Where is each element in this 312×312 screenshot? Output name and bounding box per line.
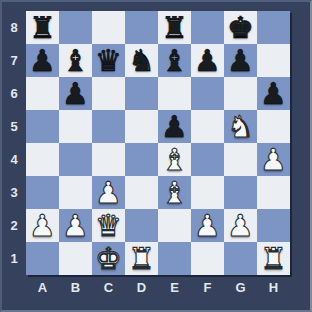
black-bishop-b7[interactable]: ♝ [62,44,89,77]
square-a7[interactable]: ♟ [26,44,59,77]
square-d6[interactable] [125,77,158,110]
square-c1[interactable]: ♚ [92,242,125,275]
square-e7[interactable]: ♝ [158,44,191,77]
rank-label-2: 2 [2,209,26,242]
square-f6[interactable] [191,77,224,110]
file-label-d: D [125,275,158,299]
rank-label-8: 8 [2,11,26,44]
file-label-b: B [59,275,92,299]
white-pawn-b2[interactable]: ♟ [62,209,89,242]
square-d1[interactable]: ♜ [125,242,158,275]
rank-label-3: 3 [2,176,26,209]
square-a4[interactable] [26,143,59,176]
square-b8[interactable] [59,11,92,44]
black-knight-d7[interactable]: ♞ [128,44,155,77]
chess-board-diagram: 87654321 ♜♜♚♟♝♛♞♝♟♟♟♟♟♞♝♟♟♝♟♟♛♟♟♚♜♜ ABCD… [0,0,312,312]
square-g4[interactable] [224,143,257,176]
square-c3[interactable]: ♟ [92,176,125,209]
square-e3[interactable]: ♝ [158,176,191,209]
square-g5[interactable]: ♞ [224,110,257,143]
white-pawn-a2[interactable]: ♟ [29,209,56,242]
square-h4[interactable]: ♟ [257,143,290,176]
square-d3[interactable] [125,176,158,209]
square-g3[interactable] [224,176,257,209]
square-g7[interactable]: ♟ [224,44,257,77]
square-c5[interactable] [92,110,125,143]
square-b4[interactable] [59,143,92,176]
file-label-h: H [257,275,290,299]
black-pawn-a7[interactable]: ♟ [29,44,56,77]
square-f7[interactable]: ♟ [191,44,224,77]
black-bishop-e7[interactable]: ♝ [161,44,188,77]
square-h7[interactable] [257,44,290,77]
file-label-e: E [158,275,191,299]
square-b3[interactable] [59,176,92,209]
square-a6[interactable] [26,77,59,110]
square-e6[interactable] [158,77,191,110]
square-h1[interactable]: ♜ [257,242,290,275]
square-g1[interactable] [224,242,257,275]
square-h3[interactable] [257,176,290,209]
file-label-a: A [26,275,59,299]
rank-label-6: 6 [2,77,26,110]
square-h2[interactable] [257,209,290,242]
black-rook-e8[interactable]: ♜ [161,11,188,44]
black-pawn-f7[interactable]: ♟ [194,44,221,77]
black-pawn-e5[interactable]: ♟ [161,110,188,143]
black-rook-a8[interactable]: ♜ [29,11,56,44]
square-a3[interactable] [26,176,59,209]
file-label-c: C [92,275,125,299]
black-king-g8[interactable]: ♚ [227,11,254,44]
square-h8[interactable] [257,11,290,44]
square-a5[interactable] [26,110,59,143]
square-b5[interactable] [59,110,92,143]
square-a2[interactable]: ♟ [26,209,59,242]
white-rook-h1[interactable]: ♜ [260,242,287,275]
square-b7[interactable]: ♝ [59,44,92,77]
square-e8[interactable]: ♜ [158,11,191,44]
square-d4[interactable] [125,143,158,176]
square-e1[interactable] [158,242,191,275]
white-king-c1[interactable]: ♚ [95,242,122,275]
square-h5[interactable] [257,110,290,143]
white-pawn-g2[interactable]: ♟ [227,209,254,242]
square-e5[interactable]: ♟ [158,110,191,143]
file-labels: ABCDEFGH [26,275,290,299]
square-c8[interactable] [92,11,125,44]
file-label-f: F [191,275,224,299]
square-b6[interactable]: ♟ [59,77,92,110]
square-f8[interactable] [191,11,224,44]
white-knight-g5[interactable]: ♞ [227,110,254,143]
square-g6[interactable] [224,77,257,110]
white-bishop-e3[interactable]: ♝ [161,176,188,209]
square-c2[interactable]: ♛ [92,209,125,242]
square-f3[interactable] [191,176,224,209]
square-c7[interactable]: ♛ [92,44,125,77]
square-f5[interactable] [191,110,224,143]
white-queen-c2[interactable]: ♛ [95,209,122,242]
square-a1[interactable] [26,242,59,275]
black-pawn-h6[interactable]: ♟ [260,77,287,110]
square-b1[interactable] [59,242,92,275]
rank-label-1: 1 [2,242,26,275]
black-pawn-g7[interactable]: ♟ [227,44,254,77]
square-h6[interactable]: ♟ [257,77,290,110]
square-c4[interactable] [92,143,125,176]
rank-label-7: 7 [2,44,26,77]
rank-label-4: 4 [2,143,26,176]
black-pawn-b6[interactable]: ♟ [62,77,89,110]
square-e4[interactable]: ♝ [158,143,191,176]
square-a8[interactable]: ♜ [26,11,59,44]
square-g2[interactable]: ♟ [224,209,257,242]
square-g8[interactable]: ♚ [224,11,257,44]
white-bishop-e4[interactable]: ♝ [161,143,188,176]
square-f1[interactable] [191,242,224,275]
white-pawn-h4[interactable]: ♟ [260,143,287,176]
black-queen-c7[interactable]: ♛ [95,44,122,77]
square-d2[interactable] [125,209,158,242]
square-b2[interactable]: ♟ [59,209,92,242]
square-f2[interactable]: ♟ [191,209,224,242]
square-d8[interactable] [125,11,158,44]
white-rook-d1[interactable]: ♜ [128,242,155,275]
square-f4[interactable] [191,143,224,176]
square-e2[interactable] [158,209,191,242]
square-d5[interactable] [125,110,158,143]
file-label-g: G [224,275,257,299]
white-pawn-c3[interactable]: ♟ [95,176,122,209]
square-c6[interactable] [92,77,125,110]
white-pawn-f2[interactable]: ♟ [194,209,221,242]
rank-label-5: 5 [2,110,26,143]
square-d7[interactable]: ♞ [125,44,158,77]
chess-board: ♜♜♚♟♝♛♞♝♟♟♟♟♟♞♝♟♟♝♟♟♛♟♟♚♜♜ [26,11,290,275]
rank-labels: 87654321 [2,11,26,275]
